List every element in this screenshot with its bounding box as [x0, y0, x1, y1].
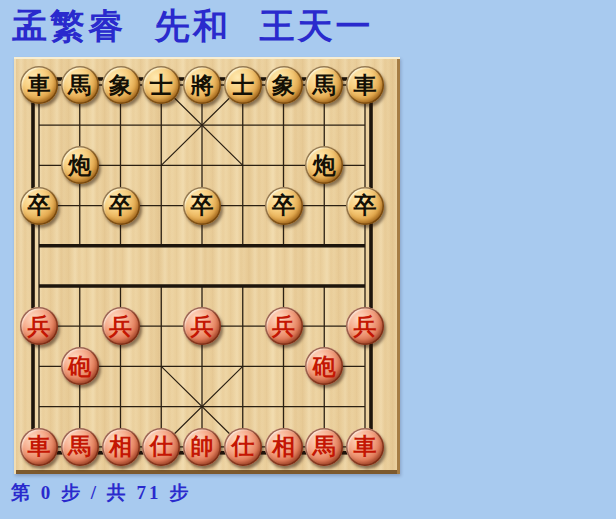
match-title: 孟繁睿 先和 王天一 [12, 4, 374, 50]
piece-black-soldier[interactable]: 卒 [102, 187, 140, 225]
piece-red-soldier[interactable]: 兵 [20, 307, 58, 345]
piece-red-soldier[interactable]: 兵 [183, 307, 221, 345]
piece-black-elephant[interactable]: 象 [102, 66, 140, 104]
match-result: 先和 [155, 7, 231, 46]
window: 孟繁睿 先和 王天一 車馬象士將士象馬車炮炮卒卒卒卒卒兵兵兵兵兵砲砲車馬相仕帥仕… [0, 0, 616, 519]
move-counter: 第 0 步 / 共 71 步 [11, 480, 191, 506]
piece-black-horse[interactable]: 馬 [305, 66, 343, 104]
piece-red-soldier[interactable]: 兵 [265, 307, 303, 345]
piece-black-chariot[interactable]: 車 [346, 66, 384, 104]
piece-red-horse[interactable]: 馬 [61, 428, 99, 466]
piece-black-elephant[interactable]: 象 [265, 66, 303, 104]
piece-black-advisor[interactable]: 士 [224, 66, 262, 104]
piece-black-cannon[interactable]: 炮 [61, 146, 99, 184]
piece-red-soldier[interactable]: 兵 [102, 307, 140, 345]
piece-black-horse[interactable]: 馬 [61, 66, 99, 104]
piece-red-soldier[interactable]: 兵 [346, 307, 384, 345]
piece-black-chariot[interactable]: 車 [20, 66, 58, 104]
piece-red-chariot[interactable]: 車 [346, 428, 384, 466]
piece-red-advisor[interactable]: 仕 [224, 428, 262, 466]
piece-red-advisor[interactable]: 仕 [142, 428, 180, 466]
red-player-name: 孟繁睿 [12, 7, 126, 46]
piece-red-chariot[interactable]: 車 [20, 428, 58, 466]
piece-black-soldier[interactable]: 卒 [346, 187, 384, 225]
piece-black-soldier[interactable]: 卒 [20, 187, 58, 225]
piece-red-general[interactable]: 帥 [183, 428, 221, 466]
piece-black-soldier[interactable]: 卒 [183, 187, 221, 225]
piece-black-soldier[interactable]: 卒 [265, 187, 303, 225]
piece-red-elephant[interactable]: 相 [102, 428, 140, 466]
piece-black-general[interactable]: 將 [183, 66, 221, 104]
piece-red-elephant[interactable]: 相 [265, 428, 303, 466]
black-player-name: 王天一 [260, 7, 374, 46]
piece-red-cannon[interactable]: 砲 [61, 347, 99, 385]
piece-red-horse[interactable]: 馬 [305, 428, 343, 466]
board-surface[interactable]: 車馬象士將士象馬車炮炮卒卒卒卒卒兵兵兵兵兵砲砲車馬相仕帥仕相馬車 [14, 57, 400, 474]
piece-black-advisor[interactable]: 士 [142, 66, 180, 104]
board-grid [14, 57, 400, 474]
